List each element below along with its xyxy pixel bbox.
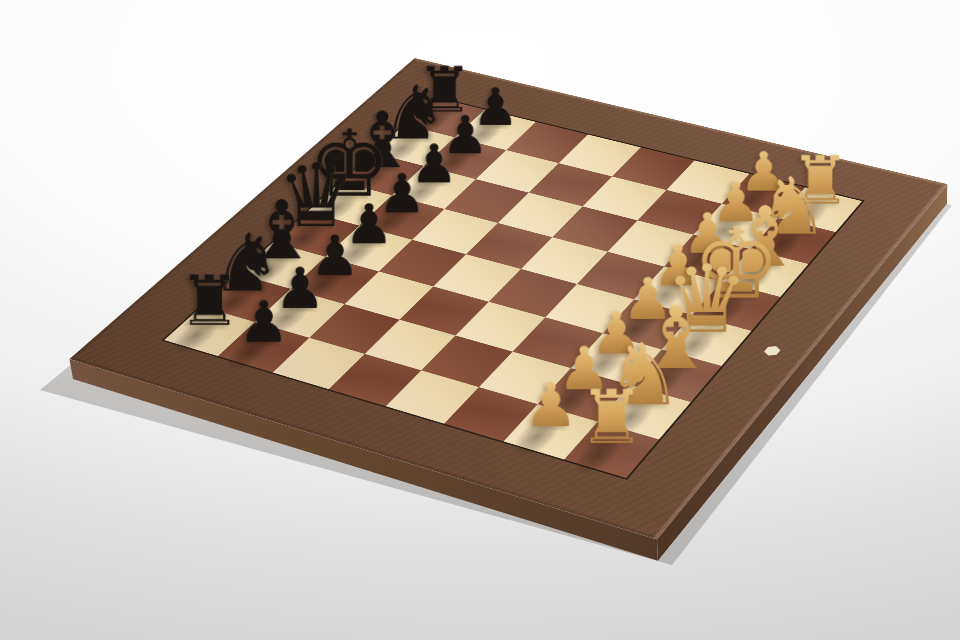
photo-background: ♜♟♞♟♝♟♚♟♟♛♜♟♟♝♞♟♟♞♝♟♟♜♚♟♟♛♟♝♟♞♟♜ [0, 0, 960, 640]
black-pawn-icon: ♟ [238, 293, 290, 351]
piece-white-rook-a1[interactable]: ♜ [541, 307, 683, 449]
white-rook-icon: ♜ [578, 380, 645, 454]
chess-board: ♜♟♞♟♝♟♚♟♟♛♜♟♟♝♞♟♟♞♝♟♟♜♚♟♟♛♟♝♟♞♟♜ [69, 58, 947, 540]
piece-black-pawn-a7[interactable]: ♟ [197, 213, 331, 347]
board-wrapper: ♜♟♞♟♝♟♚♟♟♛♜♟♟♝♞♟♟♞♝♟♟♜♚♟♟♛♟♝♟♞♟♜ [177, 0, 864, 613]
